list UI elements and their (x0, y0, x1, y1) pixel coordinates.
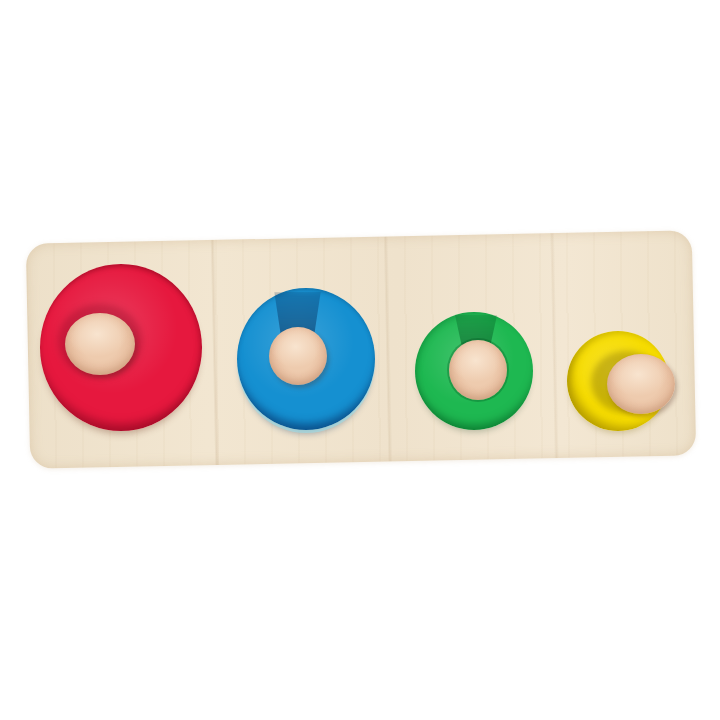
slot-2 (213, 236, 390, 462)
product-photo-scene (0, 0, 720, 720)
red-knob[interactable] (65, 313, 135, 375)
blue-ring-piece[interactable] (237, 288, 375, 430)
green-knob[interactable] (449, 340, 507, 400)
slot-1 (28, 236, 213, 462)
slot-3 (390, 236, 546, 462)
red-ring-piece[interactable] (40, 264, 202, 431)
ring-slots-grid (28, 236, 694, 462)
green-ring-piece[interactable] (415, 312, 533, 430)
slot-4 (546, 236, 694, 462)
yellow-knob[interactable] (607, 354, 675, 414)
blue-knob[interactable] (269, 327, 327, 385)
yellow-ring-piece[interactable] (567, 331, 669, 431)
